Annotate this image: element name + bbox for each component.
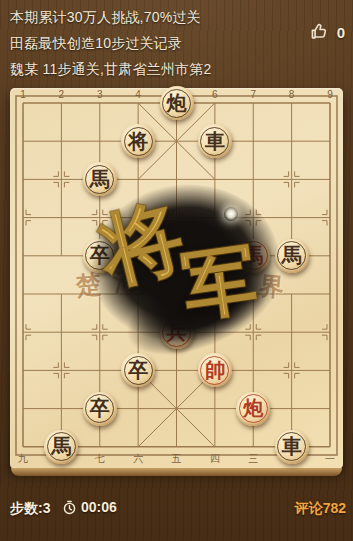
piece-red[interactable]: 炮 [236,392,270,426]
xiangqi-board[interactable]: 楚河 漢界 将军 123456789九八七六五四三二一炮将車馬卒兵炮馬馬車兵卒帥… [10,88,343,469]
sparkle-effect [224,207,238,221]
piece-glyph: 炮 [160,86,194,120]
board-col-label-bottom: 九 [15,452,31,466]
piece-red[interactable]: 帥 [198,353,232,387]
piece-glyph: 馬 [83,162,117,196]
board-col-label-top: 6 [207,89,223,100]
board-col-label-top: 8 [284,89,300,100]
board-col-label-top: 1 [15,89,31,100]
piece-glyph: 卒 [83,392,117,426]
like-button[interactable]: 0 [309,22,345,42]
announcement-line-2: 田磊最快创造10步过关记录 [10,34,182,52]
stopwatch-icon [62,500,77,515]
board-col-label-top: 2 [53,89,69,100]
board-col-label-top: 9 [322,89,338,100]
piece-glyph: 馬 [44,430,78,464]
announcement-line-1: 本期累计30万人挑战,70%过关 [10,8,201,26]
thumbs-up-icon[interactable] [309,22,330,42]
board-col-label-bottom: 一 [322,452,338,466]
piece-glyph: 将 [121,124,155,158]
board-col-label-bottom: 四 [207,452,223,466]
piece-glyph: 車 [198,124,232,158]
piece-black[interactable]: 馬 [44,430,78,464]
piece-glyph: 炮 [236,392,270,426]
check-banner-char: 军 [176,229,263,338]
board-col-label-bottom: 七 [92,452,108,466]
timer: 00:06 [62,499,117,515]
move-counter: 步数:3 [10,500,50,518]
piece-black[interactable]: 卒 [121,353,155,387]
board-col-label-top: 3 [92,89,108,100]
board-col-label-bottom: 五 [169,452,185,466]
board-col-label-top: 4 [130,89,146,100]
status-bar: 步数:3 00:06 评论782 [0,497,353,523]
piece-black[interactable]: 車 [198,124,232,158]
piece-black[interactable]: 卒 [83,392,117,426]
timer-value: 00:06 [81,499,117,515]
announcement-line-3: 魏某 11步通关,甘肃省兰州市第2 [10,60,212,78]
comments-button[interactable]: 评论782 [295,500,346,518]
like-count: 0 [337,24,345,41]
piece-black[interactable]: 車 [275,430,309,464]
piece-black[interactable]: 炮 [160,86,194,120]
piece-black[interactable]: 馬 [83,162,117,196]
piece-black[interactable]: 将 [121,124,155,158]
piece-glyph: 卒 [121,353,155,387]
board-col-label-bottom: 三 [245,452,261,466]
piece-glyph: 帥 [198,353,232,387]
board-col-label-top: 7 [245,89,261,100]
piece-glyph: 車 [275,430,309,464]
board-col-label-bottom: 六 [130,452,146,466]
